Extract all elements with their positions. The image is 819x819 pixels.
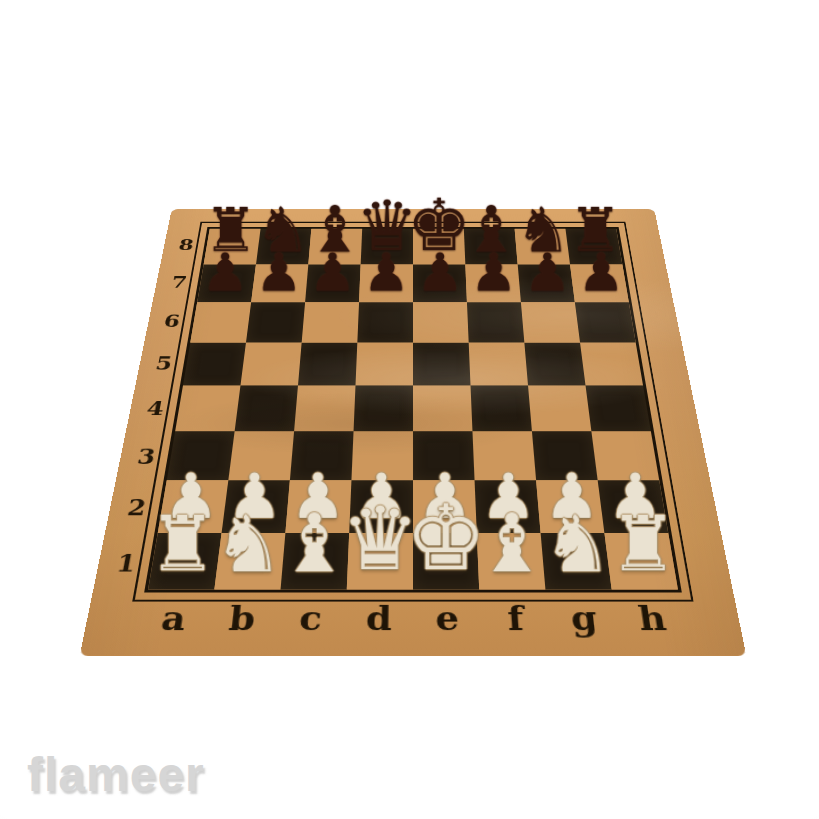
square-c1: ♝ bbox=[281, 533, 350, 590]
square-d5 bbox=[355, 343, 413, 386]
file-label-d: d bbox=[344, 597, 413, 641]
rank-label-6: 6 bbox=[144, 301, 191, 342]
piece-white-rook-a1: ♜ bbox=[148, 511, 216, 581]
square-g7: ♟ bbox=[518, 264, 575, 302]
square-b5 bbox=[240, 343, 301, 386]
square-f6 bbox=[467, 302, 524, 342]
chess-mat: ♜♞♝♛♚♝♞♜♟♟♟♟♟♟♟♟♟♟♟♟♟♟♟♟♜♞♝♛♚♝♞♜ 8765432… bbox=[80, 209, 747, 656]
square-a6 bbox=[190, 302, 251, 342]
square-h4 bbox=[586, 385, 651, 431]
square-a7: ♟ bbox=[197, 264, 256, 302]
file-label-h: h bbox=[615, 597, 690, 641]
rank-label-5: 5 bbox=[135, 342, 184, 385]
piece-white-knight-g1: ♞ bbox=[542, 508, 612, 580]
square-b1: ♞ bbox=[214, 533, 285, 590]
square-g5 bbox=[524, 343, 585, 386]
square-g1: ♞ bbox=[541, 533, 612, 590]
piece-black-pawn-f7: ♟ bbox=[470, 248, 517, 297]
piece-white-rook-h1: ♜ bbox=[609, 511, 677, 581]
square-c7: ♟ bbox=[305, 264, 361, 302]
rank-label-3: 3 bbox=[116, 432, 169, 482]
square-c6 bbox=[302, 302, 359, 342]
rank-label-8: 8 bbox=[161, 227, 205, 263]
piece-black-pawn-a7: ♟ bbox=[201, 248, 248, 297]
square-f1: ♝ bbox=[477, 533, 546, 590]
square-e6 bbox=[413, 302, 469, 342]
piece-black-pawn-g7: ♟ bbox=[524, 248, 571, 297]
square-d6 bbox=[357, 302, 413, 342]
piece-white-queen-d1: ♛ bbox=[341, 500, 419, 580]
square-h6 bbox=[575, 302, 636, 342]
square-e1: ♚ bbox=[413, 533, 479, 590]
square-h7: ♟ bbox=[570, 264, 629, 302]
piece-black-pawn-c7: ♟ bbox=[309, 248, 356, 297]
square-f4 bbox=[471, 385, 532, 431]
piece-white-bishop-c1: ♝ bbox=[278, 506, 350, 580]
file-label-e: e bbox=[413, 597, 482, 641]
square-e7: ♟ bbox=[413, 264, 467, 302]
square-a1: ♜ bbox=[148, 533, 221, 590]
rank-label-4: 4 bbox=[126, 385, 177, 431]
square-d4 bbox=[354, 385, 413, 431]
rank-label-1: 1 bbox=[93, 535, 151, 593]
square-c5 bbox=[298, 343, 357, 386]
file-labels: abcdefgh bbox=[136, 597, 690, 641]
square-a5 bbox=[183, 343, 246, 386]
square-b4 bbox=[235, 385, 298, 431]
product-photo: ♜♞♝♛♚♝♞♜♟♟♟♟♟♟♟♟♟♟♟♟♟♟♟♟♜♞♝♛♚♝♞♜ 8765432… bbox=[0, 0, 819, 819]
square-b6 bbox=[246, 302, 305, 342]
file-label-a: a bbox=[136, 597, 211, 641]
chess-board: ♜♞♝♛♚♝♞♜♟♟♟♟♟♟♟♟♟♟♟♟♟♟♟♟♜♞♝♛♚♝♞♜ bbox=[144, 227, 682, 593]
square-c4 bbox=[294, 385, 355, 431]
file-label-g: g bbox=[548, 597, 621, 641]
piece-white-bishop-f1: ♝ bbox=[476, 506, 548, 580]
square-f5 bbox=[469, 343, 528, 386]
file-label-b: b bbox=[205, 597, 278, 641]
piece-black-pawn-e7: ♟ bbox=[416, 248, 463, 297]
piece-black-pawn-h7: ♟ bbox=[577, 248, 624, 297]
piece-white-knight-b1: ♞ bbox=[213, 508, 283, 580]
file-label-f: f bbox=[480, 597, 551, 641]
square-a4 bbox=[175, 385, 240, 431]
square-h1: ♜ bbox=[604, 533, 677, 590]
file-label-c: c bbox=[274, 597, 345, 641]
piece-black-pawn-d7: ♟ bbox=[362, 248, 409, 297]
piece-black-pawn-b7: ♟ bbox=[255, 248, 302, 297]
square-g4 bbox=[528, 385, 591, 431]
square-d7: ♟ bbox=[359, 264, 413, 302]
watermark: flameer bbox=[27, 747, 205, 802]
square-f7: ♟ bbox=[465, 264, 521, 302]
square-b7: ♟ bbox=[251, 264, 308, 302]
square-e5 bbox=[413, 343, 471, 386]
square-e4 bbox=[413, 385, 472, 431]
square-d1: ♛ bbox=[347, 533, 413, 590]
square-g6 bbox=[521, 302, 580, 342]
rank-label-7: 7 bbox=[153, 263, 199, 301]
square-h5 bbox=[580, 343, 643, 386]
